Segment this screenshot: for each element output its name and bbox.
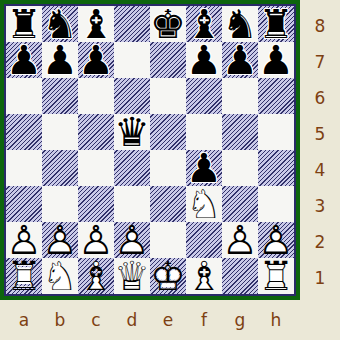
square-h5[interactable] [258, 114, 294, 150]
square-e6[interactable] [150, 78, 186, 114]
square-b5[interactable] [42, 114, 78, 150]
square-f8[interactable]: ♝ [186, 6, 222, 42]
white-piece-fill: ♟ [258, 222, 294, 258]
square-e2[interactable] [150, 222, 186, 258]
black-piece-fill: ♟ [222, 42, 258, 78]
square-b3[interactable] [42, 186, 78, 222]
square-a3[interactable] [6, 186, 42, 222]
square-c5[interactable] [78, 114, 114, 150]
white-piece-outline: ♖ [258, 258, 294, 294]
black-knight[interactable]: ♞ [42, 6, 78, 42]
white-pawn[interactable]: ♟♙ [42, 222, 78, 258]
square-f5[interactable] [186, 114, 222, 150]
black-piece-fill: ♟ [78, 42, 114, 78]
black-knight[interactable]: ♞ [222, 6, 258, 42]
black-piece-fill: ♟ [186, 150, 222, 186]
file-label-b: b [42, 303, 78, 337]
square-b6[interactable] [42, 78, 78, 114]
board-grid: ♜♞♝♚♝♞♜♟♟♟♟♟♟♛♟♞♘♟♙♟♙♟♙♟♙♟♙♟♙♜♖♞♘♝♗♛♕♚♔♝… [6, 6, 294, 294]
square-c3[interactable] [78, 186, 114, 222]
square-b2[interactable]: ♟♙ [42, 222, 78, 258]
black-piece-fill: ♞ [42, 6, 78, 42]
file-label-f: f [186, 303, 222, 337]
chess-app-screen: ♜♞♝♚♝♞♜♟♟♟♟♟♟♛♟♞♘♟♙♟♙♟♙♟♙♟♙♟♙♜♖♞♘♝♗♛♕♚♔♝… [0, 0, 340, 340]
square-b8[interactable]: ♞ [42, 6, 78, 42]
square-c2[interactable]: ♟♙ [78, 222, 114, 258]
white-piece-fill: ♞ [186, 186, 222, 222]
square-g6[interactable] [222, 78, 258, 114]
white-piece-fill: ♟ [114, 222, 150, 258]
square-d3[interactable] [114, 186, 150, 222]
white-piece-fill: ♟ [6, 222, 42, 258]
white-piece-outline: ♔ [150, 258, 186, 294]
file-label-h: h [258, 303, 294, 337]
square-d6[interactable] [114, 78, 150, 114]
square-h8[interactable]: ♜ [258, 6, 294, 42]
black-pawn[interactable]: ♟ [222, 42, 258, 78]
white-knight[interactable]: ♞♘ [42, 258, 78, 294]
square-a4[interactable] [6, 150, 42, 186]
file-label-d: d [114, 303, 150, 337]
rank-labels: 87654321 [300, 6, 340, 294]
rank-label-6: 6 [300, 78, 340, 114]
board-frame: ♜♞♝♚♝♞♜♟♟♟♟♟♟♛♟♞♘♟♙♟♙♟♙♟♙♟♙♟♙♜♖♞♘♝♗♛♕♚♔♝… [0, 0, 300, 300]
square-h1[interactable]: ♜♖ [258, 258, 294, 294]
white-knight[interactable]: ♞♘ [186, 186, 222, 222]
white-bishop[interactable]: ♝♗ [186, 258, 222, 294]
square-f6[interactable] [186, 78, 222, 114]
square-g8[interactable]: ♞ [222, 6, 258, 42]
black-piece-fill: ♚ [150, 6, 186, 42]
file-label-a: a [6, 303, 42, 337]
square-e3[interactable] [150, 186, 186, 222]
white-king[interactable]: ♚♔ [150, 258, 186, 294]
square-d4[interactable] [114, 150, 150, 186]
square-b7[interactable]: ♟ [42, 42, 78, 78]
white-pawn[interactable]: ♟♙ [258, 222, 294, 258]
square-g5[interactable] [222, 114, 258, 150]
white-piece-fill: ♝ [78, 258, 114, 294]
black-king[interactable]: ♚ [150, 6, 186, 42]
square-b4[interactable] [42, 150, 78, 186]
square-f1[interactable]: ♝♗ [186, 258, 222, 294]
white-pawn[interactable]: ♟♙ [6, 222, 42, 258]
square-a1[interactable]: ♜♖ [6, 258, 42, 294]
white-piece-fill: ♟ [78, 222, 114, 258]
white-rook[interactable]: ♜♖ [258, 258, 294, 294]
rank-label-5: 5 [300, 114, 340, 150]
black-queen[interactable]: ♛ [114, 114, 150, 150]
square-d1[interactable]: ♛♕ [114, 258, 150, 294]
black-pawn[interactable]: ♟ [6, 42, 42, 78]
rank-label-7: 7 [300, 42, 340, 78]
square-b1[interactable]: ♞♘ [42, 258, 78, 294]
white-piece-outline: ♗ [186, 258, 222, 294]
black-pawn[interactable]: ♟ [186, 150, 222, 186]
square-a7[interactable]: ♟ [6, 42, 42, 78]
black-bishop[interactable]: ♝ [186, 6, 222, 42]
square-f2[interactable] [186, 222, 222, 258]
square-c7[interactable]: ♟ [78, 42, 114, 78]
white-piece-outline: ♙ [6, 222, 42, 258]
black-piece-fill: ♟ [42, 42, 78, 78]
rank-label-8: 8 [300, 6, 340, 42]
square-e1[interactable]: ♚♔ [150, 258, 186, 294]
square-g4[interactable] [222, 150, 258, 186]
white-piece-fill: ♚ [150, 258, 186, 294]
square-e5[interactable] [150, 114, 186, 150]
square-d2[interactable]: ♟♙ [114, 222, 150, 258]
square-g1[interactable] [222, 258, 258, 294]
white-piece-outline: ♕ [114, 258, 150, 294]
black-piece-fill: ♟ [186, 42, 222, 78]
white-bishop[interactable]: ♝♗ [78, 258, 114, 294]
black-piece-fill: ♜ [6, 6, 42, 42]
rank-label-3: 3 [300, 186, 340, 222]
file-labels: abcdefgh [6, 303, 294, 337]
square-h4[interactable] [258, 150, 294, 186]
square-c8[interactable]: ♝ [78, 6, 114, 42]
white-piece-outline: ♙ [78, 222, 114, 258]
black-piece-fill: ♜ [258, 6, 294, 42]
square-h6[interactable] [258, 78, 294, 114]
white-piece-outline: ♘ [186, 186, 222, 222]
black-piece-fill: ♟ [258, 42, 294, 78]
black-pawn[interactable]: ♟ [78, 42, 114, 78]
white-piece-outline: ♙ [114, 222, 150, 258]
file-label-g: g [222, 303, 258, 337]
square-f3[interactable]: ♞♘ [186, 186, 222, 222]
square-c1[interactable]: ♝♗ [78, 258, 114, 294]
white-piece-fill: ♜ [6, 258, 42, 294]
black-piece-fill: ♛ [114, 114, 150, 150]
white-piece-outline: ♙ [222, 222, 258, 258]
square-a2[interactable]: ♟♙ [6, 222, 42, 258]
square-g2[interactable]: ♟♙ [222, 222, 258, 258]
square-a8[interactable]: ♜ [6, 6, 42, 42]
black-pawn[interactable]: ♟ [186, 42, 222, 78]
black-rook[interactable]: ♜ [258, 6, 294, 42]
white-piece-fill: ♝ [186, 258, 222, 294]
white-piece-outline: ♗ [78, 258, 114, 294]
black-rook[interactable]: ♜ [6, 6, 42, 42]
rank-label-1: 1 [300, 258, 340, 294]
square-f4[interactable]: ♟ [186, 150, 222, 186]
white-piece-fill: ♛ [114, 258, 150, 294]
file-label-c: c [78, 303, 114, 337]
square-f7[interactable]: ♟ [186, 42, 222, 78]
square-h2[interactable]: ♟♙ [258, 222, 294, 258]
white-piece-outline: ♖ [6, 258, 42, 294]
rank-label-4: 4 [300, 150, 340, 186]
square-g7[interactable]: ♟ [222, 42, 258, 78]
square-a6[interactable] [6, 78, 42, 114]
square-e8[interactable]: ♚ [150, 6, 186, 42]
white-piece-outline: ♙ [258, 222, 294, 258]
white-piece-outline: ♙ [42, 222, 78, 258]
white-queen[interactable]: ♛♕ [114, 258, 150, 294]
square-h3[interactable] [258, 186, 294, 222]
black-piece-fill: ♞ [222, 6, 258, 42]
square-e4[interactable] [150, 150, 186, 186]
white-piece-outline: ♘ [42, 258, 78, 294]
square-d5[interactable]: ♛ [114, 114, 150, 150]
square-g3[interactable] [222, 186, 258, 222]
black-pawn[interactable]: ♟ [258, 42, 294, 78]
square-h7[interactable]: ♟ [258, 42, 294, 78]
white-piece-fill: ♟ [222, 222, 258, 258]
square-d8[interactable] [114, 6, 150, 42]
white-pawn[interactable]: ♟♙ [222, 222, 258, 258]
white-rook[interactable]: ♜♖ [6, 258, 42, 294]
white-piece-fill: ♟ [42, 222, 78, 258]
white-pawn[interactable]: ♟♙ [78, 222, 114, 258]
square-e7[interactable] [150, 42, 186, 78]
rank-label-2: 2 [300, 222, 340, 258]
square-c6[interactable] [78, 78, 114, 114]
black-piece-fill: ♝ [78, 6, 114, 42]
white-pawn[interactable]: ♟♙ [114, 222, 150, 258]
black-pawn[interactable]: ♟ [42, 42, 78, 78]
black-bishop[interactable]: ♝ [78, 6, 114, 42]
square-a5[interactable] [6, 114, 42, 150]
black-piece-fill: ♟ [6, 42, 42, 78]
square-c4[interactable] [78, 150, 114, 186]
black-piece-fill: ♝ [186, 6, 222, 42]
file-label-e: e [150, 303, 186, 337]
square-d7[interactable] [114, 42, 150, 78]
white-piece-fill: ♜ [258, 258, 294, 294]
board-border: ♜♞♝♚♝♞♜♟♟♟♟♟♟♛♟♞♘♟♙♟♙♟♙♟♙♟♙♟♙♜♖♞♘♝♗♛♕♚♔♝… [4, 4, 296, 296]
white-piece-fill: ♞ [42, 258, 78, 294]
